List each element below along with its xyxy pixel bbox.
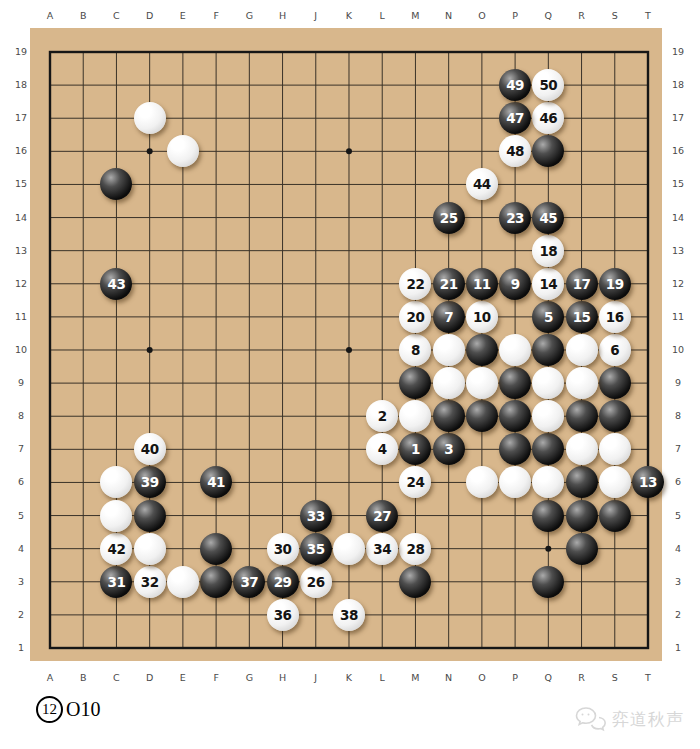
coord-bottom-O: O [470,672,494,684]
move-annotation: 12 O10 [36,696,100,723]
stone-E3 [167,566,199,598]
move-number-label: 44 [473,176,491,192]
stone-D7: 40 [134,433,166,465]
move-number-label: 50 [539,77,557,93]
move-number-label: 1 [411,441,420,457]
move-number-label: 36 [274,607,292,623]
coord-bottom-J: J [304,672,328,684]
watermark-text: 弈道秋声 [612,708,684,731]
move-number-label: 11 [473,276,491,292]
move-number-label: 42 [108,541,126,557]
move-number-label: 24 [407,474,425,490]
stone-Q3 [532,566,564,598]
coord-right-1: 1 [666,642,690,654]
coord-top-F: F [204,10,228,22]
coord-bottom-L: L [370,672,394,684]
move-number-label: 30 [274,541,292,557]
coord-top-S: S [603,10,627,22]
coord-left-16: 16 [9,145,33,157]
move-number-label: 2 [378,408,387,424]
stone-R8 [566,400,598,432]
coord-top-L: L [370,10,394,22]
move-number-label: 41 [207,474,225,490]
move-number-label: 31 [108,574,126,590]
stone-N8 [433,400,465,432]
stone-K4 [333,533,365,565]
stone-C3: 31 [100,566,132,598]
move-number-label: 5 [544,309,553,325]
coord-left-9: 9 [9,377,33,389]
coord-left-19: 19 [9,46,33,58]
coord-top-C: C [104,10,128,22]
coord-left-13: 13 [9,245,33,257]
coord-top-N: N [437,10,461,22]
coord-right-6: 6 [666,476,690,488]
coord-bottom-M: M [403,672,427,684]
stone-D17 [134,102,166,134]
coord-top-H: H [271,10,295,22]
coord-left-7: 7 [9,443,33,455]
stone-O10 [466,334,498,366]
coord-top-B: B [71,10,95,22]
coord-bottom-N: N [437,672,461,684]
coord-bottom-A: A [38,672,62,684]
stone-L5: 27 [366,500,398,532]
stone-P12: 9 [499,268,531,300]
white-move-12-symbol: 12 [36,696,63,723]
coord-top-D: D [138,10,162,22]
coord-bottom-D: D [138,672,162,684]
coord-left-5: 5 [9,510,33,522]
move-number-label: 43 [108,276,126,292]
coord-bottom-H: H [271,672,295,684]
stone-F3 [200,566,232,598]
coord-bottom-Q: Q [536,672,560,684]
stone-M4: 28 [399,533,431,565]
stone-D6: 39 [134,466,166,498]
stone-P9 [499,367,531,399]
coord-left-12: 12 [9,278,33,290]
move-number-label: 46 [539,110,557,126]
coord-left-8: 8 [9,410,33,422]
stone-N7: 3 [433,433,465,465]
coord-top-K: K [337,10,361,22]
coord-left-11: 11 [9,311,33,323]
coord-right-19: 19 [666,46,690,58]
coord-right-13: 13 [666,245,690,257]
coord-right-14: 14 [666,212,690,224]
coord-bottom-S: S [603,672,627,684]
move-number-label: 32 [141,574,159,590]
stone-M12: 22 [399,268,431,300]
stone-S12: 19 [599,268,631,300]
coord-top-M: M [403,10,427,22]
stone-S6 [599,466,631,498]
move-number-label: 14 [539,276,557,292]
stone-D4 [134,533,166,565]
coord-top-T: T [636,10,660,22]
move-number-label: 23 [506,210,524,226]
move-number-label: 45 [539,210,557,226]
coord-top-P: P [503,10,527,22]
stone-P14: 23 [499,202,531,234]
coord-right-18: 18 [666,79,690,91]
stone-O9 [466,367,498,399]
move-number-label: 13 [639,474,657,490]
stone-C4: 42 [100,533,132,565]
stone-S10: 6 [599,334,631,366]
move-number-label: 35 [307,541,325,557]
move-12-location: O10 [66,698,100,721]
stone-K2: 38 [333,599,365,631]
stone-H2: 36 [267,599,299,631]
stone-O11: 10 [466,301,498,333]
stone-Q11: 5 [532,301,564,333]
coord-right-2: 2 [666,609,690,621]
stone-D3: 32 [134,566,166,598]
coord-bottom-R: R [570,672,594,684]
move-number-label: 29 [274,574,292,590]
coord-right-3: 3 [666,576,690,588]
coord-right-16: 16 [666,145,690,157]
move-number-label: 39 [141,474,159,490]
coord-left-17: 17 [9,112,33,124]
coord-right-10: 10 [666,344,690,356]
stone-Q12: 14 [532,268,564,300]
move-number-label: 26 [307,574,325,590]
coord-right-4: 4 [666,543,690,555]
coord-top-E: E [171,10,195,22]
coord-left-1: 1 [9,642,33,654]
stone-Q5 [532,500,564,532]
coord-bottom-P: P [503,672,527,684]
move-number-label: 38 [340,607,358,623]
go-diagram: 1234567891011131415161718192021222324252… [0,0,700,749]
chat-bubbles-icon [572,704,608,734]
stone-D5 [134,500,166,532]
stone-F4 [200,533,232,565]
stone-S8 [599,400,631,432]
stone-C12: 43 [100,268,132,300]
coord-right-11: 11 [666,311,690,323]
move-number-label: 27 [373,508,391,524]
coord-left-6: 6 [9,476,33,488]
move-number-label: 9 [511,276,520,292]
coord-bottom-E: E [171,672,195,684]
coord-bottom-G: G [237,672,261,684]
stone-N12: 21 [433,268,465,300]
stone-N11: 7 [433,301,465,333]
move-number-label: 37 [240,574,258,590]
coord-top-Q: Q [536,10,560,22]
stone-P10 [499,334,531,366]
coord-bottom-T: T [636,672,660,684]
move-number-label: 8 [411,342,420,358]
coord-right-17: 17 [666,112,690,124]
move-number-label: 18 [539,243,557,259]
coord-right-12: 12 [666,278,690,290]
stone-R10 [566,334,598,366]
stone-S9 [599,367,631,399]
coord-top-R: R [570,10,594,22]
stone-R4 [566,533,598,565]
stone-O8 [466,400,498,432]
go-board: 1234567891011131415161718192021222324252… [30,28,662,661]
stone-R7 [566,433,598,465]
move-number-label: 7 [444,309,453,325]
stone-S5 [599,500,631,532]
coord-bottom-K: K [337,672,361,684]
stone-Q13: 18 [532,235,564,267]
move-number-label: 33 [307,508,325,524]
stone-R5 [566,500,598,532]
move-number-label: 16 [606,309,624,325]
stone-S7 [599,433,631,465]
coord-top-G: G [237,10,261,22]
move-number-label: 34 [373,541,391,557]
coord-left-4: 4 [9,543,33,555]
move-number-label: 48 [506,143,524,159]
stone-N9 [433,367,465,399]
stone-R6 [566,466,598,498]
stone-Q14: 45 [532,202,564,234]
coord-left-3: 3 [9,576,33,588]
coord-top-O: O [470,10,494,22]
stone-R11: 15 [566,301,598,333]
stone-N10 [433,334,465,366]
stone-L4: 34 [366,533,398,565]
stone-E16 [167,135,199,167]
stone-P18: 49 [499,69,531,101]
stone-H3: 29 [267,566,299,598]
move-number-label: 22 [407,276,425,292]
move-number-label: 40 [141,441,159,457]
move-number-label: 17 [573,276,591,292]
coord-left-18: 18 [9,79,33,91]
stone-S11: 16 [599,301,631,333]
stone-J5: 33 [300,500,332,532]
coord-bottom-B: B [71,672,95,684]
coord-top-J: J [304,10,328,22]
stone-O12: 11 [466,268,498,300]
stone-G3: 37 [233,566,265,598]
move-number-label: 3 [444,441,453,457]
stone-C5 [100,500,132,532]
move-number-label: 6 [610,342,619,358]
coord-right-8: 8 [666,410,690,422]
coord-bottom-C: C [104,672,128,684]
move-number-label: 47 [506,110,524,126]
move-number-label: 21 [440,276,458,292]
coord-right-5: 5 [666,510,690,522]
coord-left-15: 15 [9,178,33,190]
coord-right-7: 7 [666,443,690,455]
coord-right-9: 9 [666,377,690,389]
stone-H4: 30 [267,533,299,565]
coord-bottom-F: F [204,672,228,684]
move-number-label: 25 [440,210,458,226]
move-number-label: 19 [606,276,624,292]
move-number-label: 49 [506,77,524,93]
coord-left-14: 14 [9,212,33,224]
coord-left-2: 2 [9,609,33,621]
move-number-label: 28 [407,541,425,557]
coord-left-10: 10 [9,344,33,356]
move-number-label: 4 [378,441,387,457]
move-number-label: 20 [407,309,425,325]
stone-R12: 17 [566,268,598,300]
watermark: 弈道秋声 [572,704,684,734]
coord-top-A: A [38,10,62,22]
move-number-label: 10 [473,309,491,325]
stone-N14: 25 [433,202,465,234]
coord-right-15: 15 [666,178,690,190]
stone-M3 [399,566,431,598]
stone-J4: 35 [300,533,332,565]
stone-R9 [566,367,598,399]
move-number-label: 15 [573,309,591,325]
stone-J3: 26 [300,566,332,598]
